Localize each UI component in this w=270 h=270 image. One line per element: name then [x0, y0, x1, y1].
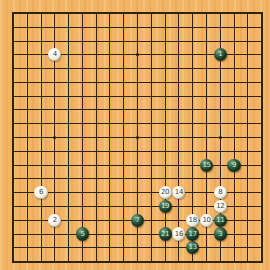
move-number-label: 8	[218, 189, 222, 196]
stone-black-3[interactable]: 3	[214, 227, 227, 240]
move-number-label: 11	[216, 217, 224, 224]
stone-black-7[interactable]: 7	[131, 214, 144, 227]
move-number-label: 19	[161, 203, 169, 210]
move-number-label: 12	[216, 203, 224, 210]
move-number-label: 18	[189, 217, 197, 224]
move-number-label: 3	[218, 231, 222, 238]
stone-white-10[interactable]: 10	[200, 214, 213, 227]
stone-black-15[interactable]: 15	[200, 159, 213, 172]
stone-black-11[interactable]: 11	[214, 214, 227, 227]
move-number-label: 10	[202, 217, 210, 224]
move-number-label: 16	[175, 231, 183, 238]
move-number-label: 9	[232, 162, 236, 169]
stone-black-1[interactable]: 1	[214, 48, 227, 61]
stone-white-4[interactable]: 4	[48, 48, 61, 61]
stone-white-14[interactable]: 14	[172, 186, 185, 199]
stone-white-20[interactable]: 20	[159, 186, 172, 199]
stone-white-8[interactable]: 8	[214, 186, 227, 199]
stone-black-9[interactable]: 9	[227, 159, 240, 172]
move-number-label: 17	[189, 231, 197, 238]
move-number-label: 2	[53, 217, 57, 224]
move-number-label: 6	[39, 189, 43, 196]
stone-black-17[interactable]: 17	[186, 227, 199, 240]
move-number-label: 15	[202, 162, 210, 169]
stone-white-12[interactable]: 12	[214, 200, 227, 213]
go-board[interactable]: 123456789101112131415161718192021	[0, 0, 270, 270]
move-number-label: 14	[175, 189, 183, 196]
move-number-label: 21	[161, 231, 169, 238]
stone-white-2[interactable]: 2	[48, 214, 61, 227]
move-number-label: 13	[189, 244, 197, 251]
move-number-label: 7	[136, 217, 140, 224]
stones-layer: 123456789101112131415161718192021	[7, 7, 269, 269]
stone-black-13[interactable]: 13	[186, 241, 199, 254]
stone-black-21[interactable]: 21	[159, 227, 172, 240]
stone-white-16[interactable]: 16	[172, 227, 185, 240]
stone-black-19[interactable]: 19	[159, 200, 172, 213]
move-number-label: 4	[53, 51, 57, 58]
stone-black-5[interactable]: 5	[76, 227, 89, 240]
stone-white-6[interactable]: 6	[34, 186, 47, 199]
move-number-label: 20	[161, 189, 169, 196]
stone-white-18[interactable]: 18	[186, 214, 199, 227]
move-number-label: 1	[218, 51, 222, 58]
move-number-label: 5	[80, 231, 84, 238]
